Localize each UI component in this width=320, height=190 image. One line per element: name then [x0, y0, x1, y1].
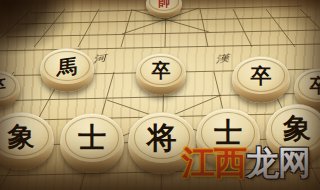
- piece-black-elephant-right[interactable]: 象: [266, 104, 320, 164]
- piece-face: 馬: [41, 49, 93, 84]
- piece-glyph: 士: [197, 109, 259, 157]
- piece-glyph: 象: [0, 113, 53, 159]
- piece-black-horse[interactable]: 馬: [40, 48, 94, 92]
- piece-glyph: 卒: [233, 57, 289, 95]
- piece-face: 将: [129, 113, 195, 163]
- piece-face: 卒: [0, 71, 19, 101]
- piece-black-advisor-left[interactable]: 士: [60, 113, 124, 173]
- piece-glyph: 卒: [295, 69, 320, 103]
- piece-glyph: 帥: [147, 0, 182, 13]
- piece-face: 士: [197, 109, 259, 157]
- piece-face: 帥: [147, 0, 182, 13]
- piece-glyph: 象: [267, 105, 320, 153]
- piece-glyph: 馬: [40, 45, 94, 87]
- piece-black-general[interactable]: 将: [128, 112, 196, 174]
- piece-black-soldier-right[interactable]: 卒: [232, 56, 290, 103]
- xiangqi-board-photo: 楚 河 漢 界 帥 卒 馬 卒 卒 卒 象: [0, 0, 320, 190]
- piece-face: 象: [267, 105, 320, 153]
- piece-black-soldier-center[interactable]: 卒: [136, 53, 186, 95]
- piece-black-advisor-right[interactable]: 士: [196, 108, 260, 168]
- piece-glyph: 士: [61, 114, 123, 162]
- piece-glyph: 将: [129, 113, 195, 163]
- piece-face: 象: [0, 113, 53, 159]
- piece-face: 卒: [137, 54, 186, 88]
- piece-face: 卒: [295, 69, 320, 103]
- piece-face: 士: [61, 114, 123, 162]
- piece-glyph: 卒: [137, 54, 186, 88]
- piece-face: 卒: [233, 57, 289, 95]
